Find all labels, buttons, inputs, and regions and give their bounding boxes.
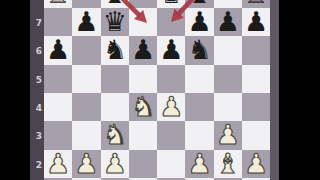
square-b6[interactable] (72, 36, 100, 64)
chess-board: ♜♝♚♝♜♟♛♟♟♟♟♞♟♟♞♞♟♞♟♟♟♟♟♝♟♜♝♛♜♚ (44, 0, 270, 180)
square-e7[interactable] (157, 8, 185, 36)
piece-white-knight[interactable]: ♞ (103, 121, 127, 149)
square-g5[interactable] (214, 65, 242, 93)
chess-board-frame: ♜♝♚♝♜♟♛♟♟♟♟♞♟♟♞♞♟♞♟♟♟♟♟♝♟♜♝♛♜♚ 87654321 (0, 0, 320, 180)
square-c4[interactable] (101, 93, 129, 121)
rank-label-5: 5 (30, 74, 42, 86)
square-g1[interactable]: ♚ (214, 178, 242, 180)
square-a4[interactable] (44, 93, 72, 121)
square-b1[interactable] (72, 178, 100, 180)
square-f4[interactable] (185, 93, 213, 121)
square-f3[interactable] (185, 121, 213, 149)
square-c7[interactable]: ♛ (101, 8, 129, 36)
piece-white-knight[interactable]: ♞ (131, 93, 155, 121)
square-f6[interactable]: ♞ (185, 36, 213, 64)
piece-white-pawn[interactable]: ♟ (103, 150, 127, 178)
piece-black-knight[interactable]: ♞ (103, 36, 127, 64)
square-c1[interactable]: ♝ (101, 178, 129, 180)
board-right-edge (270, 0, 278, 180)
square-b4[interactable] (72, 93, 100, 121)
square-a3[interactable] (44, 121, 72, 149)
square-e2[interactable] (157, 150, 185, 178)
square-b5[interactable] (72, 65, 100, 93)
square-h6[interactable] (242, 36, 270, 64)
square-c2[interactable]: ♟ (101, 150, 129, 178)
piece-white-pawn[interactable]: ♟ (74, 150, 98, 178)
piece-black-rook[interactable]: ♜ (46, 0, 70, 8)
rank-label-4: 4 (30, 102, 42, 114)
piece-black-pawn[interactable]: ♟ (216, 8, 240, 36)
square-g3[interactable]: ♟ (214, 121, 242, 149)
piece-black-knight[interactable]: ♞ (188, 36, 212, 64)
square-g6[interactable] (214, 36, 242, 64)
piece-white-pawn[interactable]: ♟ (159, 93, 183, 121)
piece-white-pawn[interactable]: ♟ (216, 121, 240, 149)
square-h3[interactable] (242, 121, 270, 149)
square-a5[interactable] (44, 65, 72, 93)
rank-label-6: 6 (30, 45, 42, 57)
square-d4[interactable]: ♞ (129, 93, 157, 121)
piece-white-rook[interactable]: ♜ (46, 178, 70, 180)
square-d8[interactable] (129, 0, 157, 8)
square-b7[interactable]: ♟ (72, 8, 100, 36)
square-d6[interactable]: ♟ (129, 36, 157, 64)
square-d5[interactable] (129, 65, 157, 93)
square-h2[interactable]: ♟ (242, 150, 270, 178)
piece-black-pawn[interactable]: ♟ (244, 8, 268, 36)
square-g7[interactable]: ♟ (214, 8, 242, 36)
piece-black-king[interactable]: ♚ (159, 0, 183, 8)
piece-white-pawn[interactable]: ♟ (244, 150, 268, 178)
square-a2[interactable]: ♟ (44, 150, 72, 178)
square-b3[interactable] (72, 121, 100, 149)
square-g4[interactable] (214, 93, 242, 121)
square-b2[interactable]: ♟ (72, 150, 100, 178)
square-a6[interactable]: ♟ (44, 36, 72, 64)
square-d2[interactable] (129, 150, 157, 178)
square-a7[interactable] (44, 8, 72, 36)
square-d1[interactable]: ♛ (129, 178, 157, 180)
square-f1[interactable]: ♜ (185, 178, 213, 180)
piece-white-bishop[interactable]: ♝ (103, 178, 127, 180)
square-e3[interactable] (157, 121, 185, 149)
square-f5[interactable] (185, 65, 213, 93)
square-g2[interactable]: ♝ (214, 150, 242, 178)
square-f2[interactable]: ♟ (185, 150, 213, 178)
square-e6[interactable]: ♟ (157, 36, 185, 64)
piece-white-queen[interactable]: ♛ (131, 178, 155, 180)
rank-label-2: 2 (30, 159, 42, 171)
piece-black-pawn[interactable]: ♟ (188, 8, 212, 36)
square-a1[interactable]: ♜ (44, 178, 72, 180)
piece-white-bishop[interactable]: ♝ (216, 150, 240, 178)
piece-white-pawn[interactable]: ♟ (188, 150, 212, 178)
piece-black-pawn[interactable]: ♟ (74, 8, 98, 36)
square-h4[interactable] (242, 93, 270, 121)
square-e8[interactable]: ♚ (157, 0, 185, 8)
square-h5[interactable] (242, 65, 270, 93)
square-d7[interactable] (129, 8, 157, 36)
rank-label-7: 7 (30, 17, 42, 29)
piece-black-pawn[interactable]: ♟ (159, 36, 183, 64)
square-c5[interactable] (101, 65, 129, 93)
piece-white-rook[interactable]: ♜ (188, 178, 212, 180)
rank-label-3: 3 (30, 130, 42, 142)
square-d3[interactable] (129, 121, 157, 149)
square-e4[interactable]: ♟ (157, 93, 185, 121)
square-e1[interactable] (157, 178, 185, 180)
square-h1[interactable] (242, 178, 270, 180)
square-c6[interactable]: ♞ (101, 36, 129, 64)
square-a8[interactable]: ♜ (44, 0, 72, 8)
piece-black-queen[interactable]: ♛ (103, 8, 127, 36)
rank-label-8: 8 (30, 0, 42, 1)
piece-black-pawn[interactable]: ♟ (46, 36, 70, 64)
piece-white-king[interactable]: ♚ (216, 178, 240, 180)
square-h7[interactable]: ♟ (242, 8, 270, 36)
square-c3[interactable]: ♞ (101, 121, 129, 149)
piece-black-pawn[interactable]: ♟ (131, 36, 155, 64)
square-f7[interactable]: ♟ (185, 8, 213, 36)
square-e5[interactable] (157, 65, 185, 93)
piece-white-pawn[interactable]: ♟ (46, 150, 70, 178)
